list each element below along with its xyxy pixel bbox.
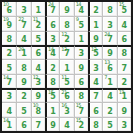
cell-r6c5[interactable]: 115 <box>59 74 73 88</box>
cell-digit: 9 <box>75 64 88 74</box>
cell-r8c5[interactable]: 163 <box>59 102 73 116</box>
cell-digit: 6 <box>90 107 102 117</box>
cell-digit: 2 <box>118 78 131 88</box>
cell-r3c5[interactable]: 122 <box>59 31 73 45</box>
cell-r8c7[interactable]: 6 <box>88 102 102 116</box>
cell-digit: 8 <box>17 64 30 74</box>
cell-digit: 1 <box>60 64 73 74</box>
cell-r1c6[interactable]: 144 <box>74 2 88 16</box>
cell-digit: 3 <box>2 92 16 102</box>
cell-digit: 7 <box>2 78 16 88</box>
cell-r6c7[interactable]: 4 <box>88 74 102 88</box>
cell-digit: 6 <box>118 35 131 45</box>
cell-r9c9[interactable]: 3 <box>117 117 131 131</box>
cell-r8c9[interactable]: 9 <box>117 102 131 116</box>
cell-r1c1[interactable]: 106 <box>2 2 16 16</box>
cell-r7c1[interactable]: 3 <box>2 88 16 102</box>
cell-r5c3[interactable]: 4 <box>31 59 45 73</box>
cell-digit: 2 <box>17 92 30 102</box>
cell-r3c3[interactable]: 5 <box>31 31 45 45</box>
cell-r6c3[interactable]: 123 <box>31 74 45 88</box>
cell-digit: 2 <box>32 21 45 31</box>
cell-r2c9[interactable]: 4 <box>117 16 131 30</box>
cell-digit: 4 <box>75 6 88 16</box>
cell-r2c4[interactable]: 6 <box>45 16 59 30</box>
cell-r1c8[interactable]: 8 <box>102 2 116 16</box>
cell-r2c1[interactable]: 199 <box>2 16 16 30</box>
cell-digit: 3 <box>90 64 102 74</box>
cell-digit: 5 <box>17 107 30 117</box>
cell-digit: 4 <box>32 64 45 74</box>
cell-digit: 1 <box>103 78 116 88</box>
cell-r4c2[interactable]: 201 <box>16 45 30 59</box>
cell-r8c3[interactable]: 108 <box>31 102 45 116</box>
cell-digit: 3 <box>32 78 45 88</box>
cell-digit: 9 <box>118 107 131 117</box>
cell-r3c7[interactable]: 9 <box>88 31 102 45</box>
cell-r8c8[interactable]: 2 <box>102 102 116 116</box>
cell-r7c8[interactable]: 4 <box>102 88 116 102</box>
cell-r7c3[interactable]: 9 <box>31 88 45 102</box>
cell-digit: 1 <box>47 107 59 117</box>
cell-digit: 4 <box>17 35 30 45</box>
cell-r7c9[interactable]: 131 <box>117 88 131 102</box>
cell-r8c2[interactable]: 5 <box>16 102 30 116</box>
cell-digit: 8 <box>60 21 73 31</box>
cell-r4c8[interactable]: 9 <box>102 45 116 59</box>
cell-r6c2[interactable]: 9 <box>16 74 30 88</box>
cell-digit: 2 <box>60 35 73 45</box>
cell-r2c8[interactable]: 3 <box>102 16 116 30</box>
cell-digit: 9 <box>2 21 16 31</box>
cell-r1c3[interactable]: 1 <box>31 2 45 16</box>
cell-digit: 5 <box>32 35 45 45</box>
cell-digit: 6 <box>103 64 116 74</box>
cell-r3c2[interactable]: 4 <box>16 31 30 45</box>
cell-r4c4[interactable]: 144 <box>45 45 59 59</box>
cell-digit: 3 <box>17 6 30 16</box>
cell-r9c6[interactable]: 152 <box>74 117 88 131</box>
cell-digit: 5 <box>47 92 59 102</box>
cell-digit: 8 <box>103 6 116 16</box>
cell-r1c4[interactable]: 247 <box>45 2 59 16</box>
cell-digit: 2 <box>90 6 102 16</box>
cell-r9c8[interactable]: 5 <box>102 117 116 131</box>
cell-digit: 7 <box>32 121 45 131</box>
cell-r6c4[interactable]: 8 <box>45 74 59 88</box>
cell-digit: 6 <box>2 6 16 16</box>
cell-r9c2[interactable]: 6 <box>16 117 30 131</box>
cell-digit: 7 <box>103 35 116 45</box>
cell-digit: 1 <box>118 92 131 102</box>
cell-r4c1[interactable]: 2 <box>2 45 16 59</box>
cell-r2c2[interactable]: 227 <box>16 16 30 30</box>
cell-r4c5[interactable]: 127 <box>59 45 73 59</box>
cell-r4c9[interactable]: 8 <box>117 45 131 59</box>
cell-digit: 6 <box>17 121 30 131</box>
cell-digit: 5 <box>2 64 16 74</box>
cell-digit: 2 <box>2 49 16 59</box>
cell-r9c7[interactable]: 8 <box>88 117 102 131</box>
cell-r9c1[interactable]: 141 <box>2 117 16 131</box>
cell-digit: 8 <box>118 49 131 59</box>
cell-digit: 7 <box>47 6 59 16</box>
cell-digit: 8 <box>47 78 59 88</box>
cell-digit: 5 <box>103 121 116 131</box>
cell-r3c1[interactable]: 8 <box>2 31 16 45</box>
cell-r1c7[interactable]: 2 <box>88 2 102 16</box>
cell-digit: 1 <box>75 35 88 45</box>
cell-digit: 7 <box>118 64 131 74</box>
cell-r5c8[interactable]: 136 <box>102 59 116 73</box>
cell-digit: 5 <box>75 21 88 31</box>
cell-r4c6[interactable]: 3 <box>74 45 88 59</box>
cell-digit: 4 <box>47 49 59 59</box>
cell-r8c1[interactable]: 4 <box>2 102 16 116</box>
cell-r8c4[interactable]: 1 <box>45 102 59 116</box>
cell-digit: 8 <box>75 92 88 102</box>
cell-digit: 2 <box>75 121 88 131</box>
cell-digit: 6 <box>75 78 88 88</box>
cell-r6c9[interactable]: 2 <box>117 74 131 88</box>
cell-digit: 3 <box>118 121 131 131</box>
cell-digit: 4 <box>103 92 116 102</box>
cell-r7c7[interactable]: 7 <box>88 88 102 102</box>
cell-digit: 5 <box>90 49 102 59</box>
cell-r8c6[interactable]: 157 <box>74 102 88 116</box>
cell-r1c9[interactable]: 155 <box>117 2 131 16</box>
cell-digit: 1 <box>2 121 16 131</box>
cell-r3c6[interactable]: 1 <box>74 31 88 45</box>
cell-r2c6[interactable]: 95 <box>74 16 88 30</box>
cell-digit: 7 <box>90 92 102 102</box>
cell-r3c4[interactable]: 3 <box>45 31 59 45</box>
cell-r9c3[interactable]: 7 <box>31 117 45 131</box>
cell-digit: 1 <box>90 21 102 31</box>
cell-digit: 4 <box>60 121 73 131</box>
cell-digit: 4 <box>90 78 102 88</box>
cell-r7c2[interactable]: 2 <box>16 88 30 102</box>
cell-digit: 6 <box>47 21 59 31</box>
cell-digit: 9 <box>47 121 59 131</box>
cell-r7c4[interactable]: 155 <box>45 88 59 102</box>
cell-digit: 2 <box>47 64 59 74</box>
cell-digit: 1 <box>17 49 30 59</box>
cell-digit: 4 <box>2 107 16 117</box>
cell-r2c3[interactable]: 112 <box>31 16 45 30</box>
cell-r5c2[interactable]: 8 <box>16 59 30 73</box>
cell-digit: 6 <box>60 92 73 102</box>
cell-digit: 8 <box>32 107 45 117</box>
cell-r5c1[interactable]: 5 <box>2 59 16 73</box>
cell-digit: 3 <box>75 49 88 59</box>
sudoku-board: 1063124791442815519922711268951348453122… <box>0 0 133 133</box>
cell-digit: 8 <box>90 121 102 131</box>
cell-r6c8[interactable]: 71 <box>102 74 116 88</box>
cell-r6c1[interactable]: 147 <box>2 74 16 88</box>
cell-digit: 4 <box>118 21 131 31</box>
cell-r5c7[interactable]: 3 <box>88 59 102 73</box>
cell-digit: 3 <box>47 35 59 45</box>
cell-r5c6[interactable]: 9 <box>74 59 88 73</box>
cell-digit: 9 <box>17 78 30 88</box>
cell-digit: 1 <box>32 6 45 16</box>
cell-r2c5[interactable]: 8 <box>59 16 73 30</box>
cell-digit: 3 <box>103 21 116 31</box>
cell-digit: 9 <box>90 35 102 45</box>
cell-digit: 5 <box>118 6 131 16</box>
cell-digit: 6 <box>32 49 45 59</box>
cell-digit: 2 <box>103 107 116 117</box>
cell-digit: 5 <box>60 78 73 88</box>
cell-r9c4[interactable]: 9 <box>45 117 59 131</box>
cell-digit: 7 <box>60 49 73 59</box>
cell-r5c5[interactable]: 1 <box>59 59 73 73</box>
cell-r7c5[interactable]: 216 <box>59 88 73 102</box>
cell-r5c4[interactable]: 2 <box>45 59 59 73</box>
cell-r3c8[interactable]: 247 <box>102 31 116 45</box>
cell-r1c5[interactable]: 9 <box>59 2 73 16</box>
cell-r7c6[interactable]: 8 <box>74 88 88 102</box>
cell-digit: 3 <box>60 107 73 117</box>
cell-r5c9[interactable]: 7 <box>117 59 131 73</box>
cell-r3c9[interactable]: 6 <box>117 31 131 45</box>
cell-r4c7[interactable]: 125 <box>88 45 102 59</box>
cell-digit: 9 <box>60 6 73 16</box>
cell-r6c6[interactable]: 6 <box>74 74 88 88</box>
cell-digit: 9 <box>32 92 45 102</box>
cell-r9c5[interactable]: 4 <box>59 117 73 131</box>
cell-r2c7[interactable]: 1 <box>88 16 102 30</box>
cell-digit: 8 <box>2 35 16 45</box>
cell-digit: 9 <box>103 49 116 59</box>
cell-r4c3[interactable]: 6 <box>31 45 45 59</box>
cell-r1c2[interactable]: 3 <box>16 2 30 16</box>
cell-digit: 7 <box>75 107 88 117</box>
cell-digit: 7 <box>17 21 30 31</box>
